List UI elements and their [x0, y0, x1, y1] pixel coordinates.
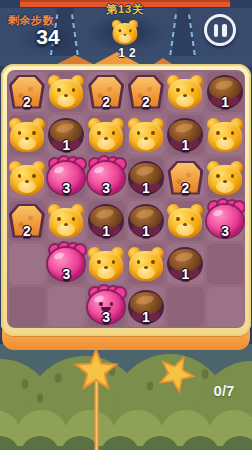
honeycomb-block[interactable]: 2 [9, 204, 45, 238]
hit-count-badge: 1 [167, 266, 203, 282]
hit-count-badge: 3 [48, 180, 84, 196]
hit-count-badge: 3 [48, 266, 84, 282]
chocolate-mushroom[interactable]: 1 [128, 204, 164, 238]
cell-r4c3[interactable]: 1 [86, 199, 126, 242]
hit-count-badge: 1 [128, 309, 164, 325]
pink-jelly[interactable]: 3 [88, 161, 124, 195]
chocolate-mushroom[interactable]: 1 [207, 75, 243, 109]
yellow-gummy-bear[interactable] [88, 247, 124, 281]
cell-r6c5 [166, 285, 206, 328]
hit-count-badge: 1 [207, 94, 243, 110]
hit-count-badge: 1 [167, 137, 203, 153]
goal-count: 12 [85, 46, 169, 60]
yellow-gummy-bear[interactable] [128, 118, 164, 152]
cell-r2c3[interactable] [86, 113, 126, 156]
pause-button[interactable] [204, 14, 236, 46]
cell-r5c4[interactable] [126, 242, 166, 285]
yellow-gummy-bear[interactable] [48, 204, 84, 238]
hit-count-badge: 3 [88, 309, 124, 325]
yellow-gummy-bear[interactable] [167, 204, 203, 238]
pink-jelly[interactable]: 3 [207, 204, 243, 238]
hit-count-badge: 1 [88, 223, 124, 239]
cell-r1c1[interactable]: 2 [7, 70, 47, 113]
cell-r2c4[interactable] [126, 113, 166, 156]
pause-icon [214, 24, 219, 37]
cell-r4c1[interactable]: 2 [7, 199, 47, 242]
game-screen: 剩余步数 34 第13关 12 [0, 0, 252, 450]
cell-r5c1 [7, 242, 47, 285]
chocolate-mushroom[interactable]: 1 [167, 118, 203, 152]
cell-r1c6[interactable]: 1 [205, 70, 245, 113]
hit-count-badge: 2 [88, 94, 124, 110]
cell-r2c2[interactable]: 1 [47, 113, 87, 156]
chocolate-mushroom[interactable]: 1 [88, 204, 124, 238]
cell-r3c6[interactable] [205, 156, 245, 199]
cell-r6c2 [47, 285, 87, 328]
board-grid: 222111331221133131 [7, 70, 245, 328]
cell-r5c3[interactable] [86, 242, 126, 285]
cell-r6c1 [7, 285, 47, 328]
cell-r6c6 [205, 285, 245, 328]
goal-bear-icon [112, 20, 138, 44]
hit-count-badge: 2 [9, 94, 45, 110]
cell-r3c5[interactable]: 2 [166, 156, 206, 199]
cell-r3c2[interactable]: 3 [47, 156, 87, 199]
game-board: 222111331221133131 [1, 64, 251, 336]
hit-count-badge: 3 [207, 223, 243, 239]
cell-r6c4[interactable]: 1 [126, 285, 166, 328]
pink-jelly[interactable]: 3 [48, 247, 84, 281]
cell-r5c5[interactable]: 1 [166, 242, 206, 285]
cell-r6c3[interactable]: 3 [86, 285, 126, 328]
level-title: 第13关 [75, 2, 175, 17]
chocolate-mushroom[interactable]: 1 [48, 118, 84, 152]
pink-jelly-face[interactable]: 3 [88, 290, 124, 324]
yellow-gummy-bear[interactable] [88, 118, 124, 152]
cell-r4c2[interactable] [47, 199, 87, 242]
hit-count-badge: 1 [128, 223, 164, 239]
cell-r1c3[interactable]: 2 [86, 70, 126, 113]
honeycomb-block[interactable]: 2 [128, 75, 164, 109]
cell-r3c4[interactable]: 1 [126, 156, 166, 199]
hit-count-badge: 2 [128, 94, 164, 110]
chocolate-mushroom[interactable]: 1 [128, 161, 164, 195]
hit-count-badge: 1 [128, 180, 164, 196]
progress-counter: 0/7 [198, 382, 250, 399]
yellow-gummy-bear[interactable] [167, 75, 203, 109]
cell-r1c5[interactable] [166, 70, 206, 113]
chocolate-mushroom[interactable]: 1 [167, 247, 203, 281]
cell-r1c4[interactable]: 2 [126, 70, 166, 113]
honeycomb-block[interactable]: 2 [88, 75, 124, 109]
moves-remaining: 34 [13, 25, 83, 49]
chocolate-mushroom[interactable]: 1 [128, 290, 164, 324]
cell-r2c1[interactable] [7, 113, 47, 156]
cell-r1c2[interactable] [47, 70, 87, 113]
hit-count-badge: 2 [9, 223, 45, 239]
pause-icon [222, 24, 227, 37]
yellow-gummy-bear[interactable] [207, 161, 243, 195]
yellow-gummy-bear[interactable] [128, 247, 164, 281]
cell-r4c5[interactable] [166, 199, 206, 242]
pink-jelly[interactable]: 3 [48, 161, 84, 195]
cell-r4c6[interactable]: 3 [205, 199, 245, 242]
hit-count-badge: 3 [88, 180, 124, 196]
yellow-gummy-bear[interactable] [207, 118, 243, 152]
cell-r3c3[interactable]: 3 [86, 156, 126, 199]
yellow-gummy-bear[interactable] [9, 161, 45, 195]
hit-count-badge: 1 [48, 137, 84, 153]
honeycomb-block[interactable]: 2 [167, 161, 203, 195]
cell-r5c2[interactable]: 3 [47, 242, 87, 285]
yellow-gummy-bear[interactable] [9, 118, 45, 152]
cell-r3c1[interactable] [7, 156, 47, 199]
cell-r5c6 [205, 242, 245, 285]
yellow-gummy-bear[interactable] [48, 75, 84, 109]
cell-r4c4[interactable]: 1 [126, 199, 166, 242]
honeycomb-block[interactable]: 2 [9, 75, 45, 109]
cell-r2c5[interactable]: 1 [166, 113, 206, 156]
hit-count-badge: 2 [167, 180, 203, 196]
cell-r2c6[interactable] [205, 113, 245, 156]
